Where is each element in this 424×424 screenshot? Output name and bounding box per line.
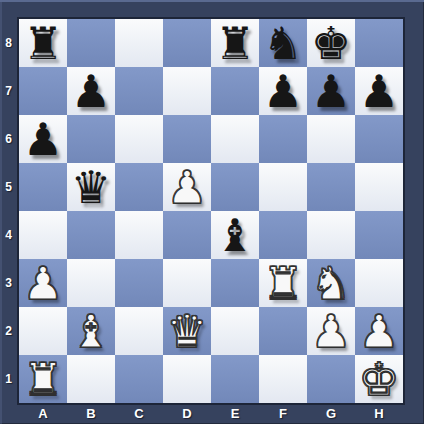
rank-label-1: 1 — [0, 355, 17, 403]
chess-board: ♜♜♞♚♟♟♟♟♟♛♟♝♟♜♞♝♛♟♟♜♚ — [17, 17, 405, 405]
square-e3[interactable] — [211, 259, 259, 307]
piece-white-pawn: ♟ — [19, 259, 67, 307]
square-c8[interactable] — [115, 19, 163, 67]
square-h8[interactable] — [355, 19, 403, 67]
piece-black-rook: ♜ — [19, 19, 67, 67]
piece-white-rook: ♜ — [259, 259, 307, 307]
square-a7[interactable] — [19, 67, 67, 115]
square-d7[interactable] — [163, 67, 211, 115]
piece-white-king: ♚ — [355, 355, 403, 403]
square-d4[interactable] — [163, 211, 211, 259]
square-e7[interactable] — [211, 67, 259, 115]
square-b1[interactable] — [67, 355, 115, 403]
square-h6[interactable] — [355, 115, 403, 163]
rank-label-5: 5 — [0, 163, 17, 211]
square-b8[interactable] — [67, 19, 115, 67]
piece-black-pawn: ♟ — [259, 67, 307, 115]
square-g4[interactable] — [307, 211, 355, 259]
square-e6[interactable] — [211, 115, 259, 163]
piece-black-pawn: ♟ — [307, 67, 355, 115]
piece-black-queen: ♛ — [67, 163, 115, 211]
square-b3[interactable] — [67, 259, 115, 307]
square-g6[interactable] — [307, 115, 355, 163]
square-g8[interactable]: ♚ — [307, 19, 355, 67]
square-f3[interactable]: ♜ — [259, 259, 307, 307]
square-c3[interactable] — [115, 259, 163, 307]
piece-white-bishop: ♝ — [67, 307, 115, 355]
square-d5[interactable]: ♟ — [163, 163, 211, 211]
file-label-c: C — [115, 404, 163, 423]
square-h5[interactable] — [355, 163, 403, 211]
square-a8[interactable]: ♜ — [19, 19, 67, 67]
piece-black-bishop: ♝ — [211, 211, 259, 259]
square-a6[interactable]: ♟ — [19, 115, 67, 163]
square-e1[interactable] — [211, 355, 259, 403]
square-f4[interactable] — [259, 211, 307, 259]
square-f1[interactable] — [259, 355, 307, 403]
square-a3[interactable]: ♟ — [19, 259, 67, 307]
rank-label-6: 6 — [0, 115, 17, 163]
piece-white-knight: ♞ — [307, 259, 355, 307]
square-h1[interactable]: ♚ — [355, 355, 403, 403]
file-labels: ABCDEFGH — [19, 404, 403, 423]
piece-white-pawn: ♟ — [307, 307, 355, 355]
square-d6[interactable] — [163, 115, 211, 163]
square-c1[interactable] — [115, 355, 163, 403]
square-f2[interactable] — [259, 307, 307, 355]
piece-white-pawn: ♟ — [355, 307, 403, 355]
square-a5[interactable] — [19, 163, 67, 211]
square-a2[interactable] — [19, 307, 67, 355]
file-label-f: F — [259, 404, 307, 423]
rank-label-3: 3 — [0, 259, 17, 307]
square-c5[interactable] — [115, 163, 163, 211]
file-label-h: H — [355, 404, 403, 423]
rank-label-8: 8 — [0, 19, 17, 67]
square-g5[interactable] — [307, 163, 355, 211]
square-h4[interactable] — [355, 211, 403, 259]
square-d3[interactable] — [163, 259, 211, 307]
square-g1[interactable] — [307, 355, 355, 403]
square-e8[interactable]: ♜ — [211, 19, 259, 67]
file-label-a: A — [19, 404, 67, 423]
square-f8[interactable]: ♞ — [259, 19, 307, 67]
piece-black-pawn: ♟ — [67, 67, 115, 115]
square-b2[interactable]: ♝ — [67, 307, 115, 355]
square-d1[interactable] — [163, 355, 211, 403]
square-a1[interactable]: ♜ — [19, 355, 67, 403]
piece-white-queen: ♛ — [163, 307, 211, 355]
piece-black-pawn: ♟ — [19, 115, 67, 163]
square-b6[interactable] — [67, 115, 115, 163]
square-c4[interactable] — [115, 211, 163, 259]
rank-label-4: 4 — [0, 211, 17, 259]
square-e2[interactable] — [211, 307, 259, 355]
square-f7[interactable]: ♟ — [259, 67, 307, 115]
square-b5[interactable]: ♛ — [67, 163, 115, 211]
square-h2[interactable]: ♟ — [355, 307, 403, 355]
chess-board-frame: 87654321 ♜♜♞♚♟♟♟♟♟♛♟♝♟♜♞♝♛♟♟♜♚ ABCDEFGH — [0, 0, 424, 424]
rank-label-7: 7 — [0, 67, 17, 115]
piece-black-knight: ♞ — [259, 19, 307, 67]
square-g3[interactable]: ♞ — [307, 259, 355, 307]
square-g2[interactable]: ♟ — [307, 307, 355, 355]
piece-black-pawn: ♟ — [355, 67, 403, 115]
square-b4[interactable] — [67, 211, 115, 259]
square-f6[interactable] — [259, 115, 307, 163]
piece-white-pawn: ♟ — [163, 163, 211, 211]
square-e4[interactable]: ♝ — [211, 211, 259, 259]
square-a4[interactable] — [19, 211, 67, 259]
piece-black-king: ♚ — [307, 19, 355, 67]
file-label-e: E — [211, 404, 259, 423]
square-g7[interactable]: ♟ — [307, 67, 355, 115]
square-b7[interactable]: ♟ — [67, 67, 115, 115]
file-label-g: G — [307, 404, 355, 423]
piece-white-rook: ♜ — [19, 355, 67, 403]
file-label-b: B — [67, 404, 115, 423]
rank-labels: 87654321 — [0, 19, 17, 403]
square-d8[interactable] — [163, 19, 211, 67]
square-f5[interactable] — [259, 163, 307, 211]
square-c7[interactable] — [115, 67, 163, 115]
square-h3[interactable] — [355, 259, 403, 307]
square-d2[interactable]: ♛ — [163, 307, 211, 355]
square-c2[interactable] — [115, 307, 163, 355]
square-c6[interactable] — [115, 115, 163, 163]
file-label-d: D — [163, 404, 211, 423]
rank-label-2: 2 — [0, 307, 17, 355]
square-h7[interactable]: ♟ — [355, 67, 403, 115]
piece-black-rook: ♜ — [211, 19, 259, 67]
square-e5[interactable] — [211, 163, 259, 211]
